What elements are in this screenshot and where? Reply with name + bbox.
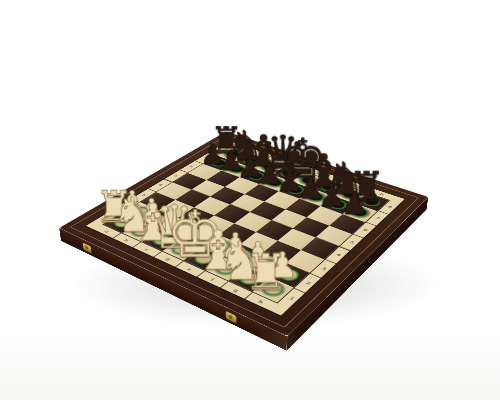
scene: abcdefgh abcdefgh 87654321 87654321 ♜♞♝♛… bbox=[0, 0, 500, 400]
piece-white-rook-h1[interactable]: ♜ bbox=[230, 250, 300, 296]
brass-clasp-right[interactable] bbox=[226, 311, 237, 324]
brass-clasp-left[interactable] bbox=[82, 242, 91, 253]
chess-board: abcdefgh abcdefgh 87654321 87654321 ♜♞♝♛… bbox=[59, 132, 428, 337]
product-photo: abcdefgh abcdefgh 87654321 87654321 ♜♞♝♛… bbox=[0, 0, 500, 400]
piece-black-pawn-h7[interactable]: ♟ bbox=[324, 189, 384, 218]
